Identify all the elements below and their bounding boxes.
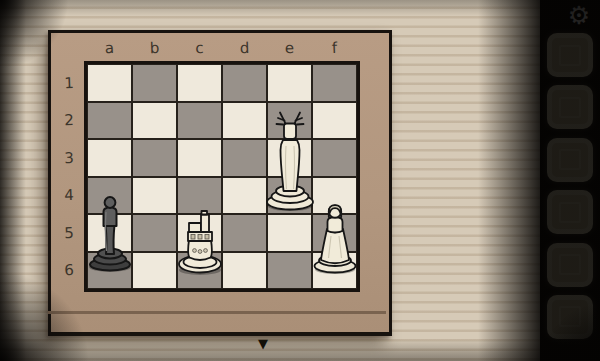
inventory-slot-3[interactable] bbox=[547, 138, 593, 182]
square-c3[interactable] bbox=[177, 139, 222, 177]
rank-label-5: 5 bbox=[58, 222, 81, 243]
square-f1[interactable] bbox=[312, 64, 357, 102]
inventory-slot-frame bbox=[552, 195, 588, 229]
inventory-slot-empty-content bbox=[559, 202, 581, 223]
square-d2[interactable] bbox=[222, 102, 267, 140]
piece-white-queen-f6[interactable] bbox=[312, 203, 358, 275]
inventory-slot-empty-content bbox=[559, 45, 581, 66]
inventory-slot-empty-content bbox=[559, 149, 581, 170]
square-b2[interactable] bbox=[132, 102, 177, 140]
inventory-slot-4[interactable] bbox=[547, 190, 593, 234]
inventory-slot-6[interactable] bbox=[547, 295, 593, 339]
square-c1[interactable] bbox=[177, 64, 222, 102]
inventory-slots bbox=[547, 33, 593, 339]
square-b4[interactable] bbox=[132, 177, 177, 215]
inventory-slot-1[interactable] bbox=[547, 33, 593, 77]
square-e5[interactable] bbox=[267, 214, 312, 252]
square-d3[interactable] bbox=[222, 139, 267, 177]
square-a2[interactable] bbox=[87, 102, 132, 140]
rank-label-1: 1 bbox=[58, 72, 81, 93]
square-b5[interactable] bbox=[132, 214, 177, 252]
square-a1[interactable] bbox=[87, 64, 132, 102]
rank-label-2: 2 bbox=[58, 110, 81, 131]
rank-label-4: 4 bbox=[58, 185, 81, 206]
square-b6[interactable] bbox=[132, 252, 177, 290]
square-b3[interactable] bbox=[132, 139, 177, 177]
settings-gear-icon[interactable]: ⚙ bbox=[565, 1, 593, 31]
piece-black-king-a6[interactable] bbox=[87, 195, 133, 273]
square-c4[interactable] bbox=[177, 177, 222, 215]
rank-label-6: 6 bbox=[58, 260, 81, 281]
file-label-d: d bbox=[222, 37, 268, 59]
file-label-f: f bbox=[312, 37, 358, 59]
file-label-e: e bbox=[267, 37, 313, 59]
file-label-b: b bbox=[132, 37, 178, 59]
game-scene: abcdef 123456 bbox=[0, 0, 600, 361]
square-c2[interactable] bbox=[177, 102, 222, 140]
frame-ledge-line bbox=[48, 311, 386, 314]
inventory-slot-empty-content bbox=[559, 306, 581, 327]
inventory-panel: ⚙ bbox=[540, 0, 600, 361]
square-d4[interactable] bbox=[222, 177, 267, 215]
file-label-c: c bbox=[177, 37, 223, 59]
inventory-slot-2[interactable] bbox=[547, 85, 593, 129]
square-b1[interactable] bbox=[132, 64, 177, 102]
file-label-a: a bbox=[87, 37, 133, 59]
inventory-slot-empty-content bbox=[559, 254, 581, 275]
inventory-slot-frame bbox=[552, 90, 588, 124]
piece-white-king-e4[interactable] bbox=[263, 110, 317, 212]
inventory-slot-empty-content bbox=[559, 97, 581, 118]
inventory-slot-frame bbox=[552, 248, 588, 282]
square-e1[interactable] bbox=[267, 64, 312, 102]
square-e6[interactable] bbox=[267, 252, 312, 290]
inventory-slot-frame bbox=[552, 300, 588, 334]
square-d1[interactable] bbox=[222, 64, 267, 102]
square-a3[interactable] bbox=[87, 139, 132, 177]
nav-down-button[interactable]: ▼ bbox=[252, 336, 274, 352]
inventory-slot-frame bbox=[552, 38, 588, 72]
piece-white-rook-c6[interactable] bbox=[177, 210, 223, 276]
inventory-slot-5[interactable] bbox=[547, 243, 593, 287]
rank-label-3: 3 bbox=[58, 147, 81, 168]
inventory-slot-frame bbox=[552, 143, 588, 177]
square-d6[interactable] bbox=[222, 252, 267, 290]
square-f3[interactable] bbox=[312, 139, 357, 177]
square-d5[interactable] bbox=[222, 214, 267, 252]
square-f2[interactable] bbox=[312, 102, 357, 140]
